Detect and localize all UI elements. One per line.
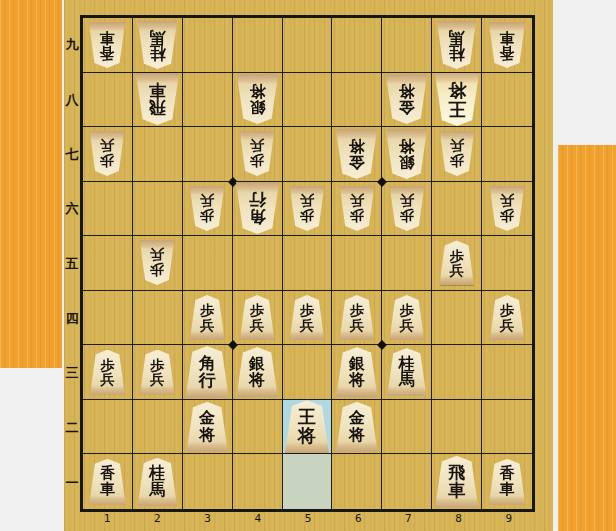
square-4四[interactable]: 歩兵 [233,291,283,346]
piece-kanji: 王 [448,99,466,117]
piece-kanji: 車 [100,482,115,497]
piece-歩兵-bottom-6四[interactable]: 歩兵 [339,295,375,340]
piece-kanji: 桂 [149,45,165,61]
piece-歩兵-bottom-1三[interactable]: 歩兵 [89,350,125,395]
piece-銀将-bottom-4三[interactable]: 銀将 [236,347,279,397]
square-6八[interactable] [332,73,382,128]
piece-kanji: 銀 [399,154,415,170]
piece-kanji: 将 [249,372,265,388]
square-6六[interactable]: 歩兵 [332,182,382,237]
piece-kanji: 兵 [250,140,264,154]
piece-kanji: 兵 [400,318,414,332]
piece-kanji: 兵 [200,318,214,332]
piece-kanji: 歩 [150,263,164,277]
piece-kanji: 兵 [250,318,264,332]
shogi-board: 香車桂馬桂馬香車飛車銀将金将王将歩兵歩兵金将銀将歩兵歩兵角行歩兵歩兵歩兵歩兵歩兵… [80,15,535,512]
piece-kanji: 兵 [500,194,514,208]
piece-角行-bottom-3三[interactable]: 角行 [185,346,230,398]
square-1二[interactable] [83,400,133,455]
square-5九[interactable] [283,18,333,73]
piece-kanji: 車 [100,29,115,44]
square-4七[interactable]: 歩兵 [233,127,283,182]
square-5五[interactable] [283,236,333,291]
square-1六[interactable] [83,182,133,237]
background-right-orange-panel [558,145,616,531]
board-grid: 香車桂馬桂馬香車飛車銀将金将王将歩兵歩兵金将銀将歩兵歩兵角行歩兵歩兵歩兵歩兵歩兵… [83,18,532,509]
square-8四[interactable] [432,291,482,346]
square-3一[interactable] [183,454,233,509]
piece-kanji: 歩 [100,358,114,372]
piece-歩兵-top-6六[interactable]: 歩兵 [339,186,375,231]
square-5三[interactable] [283,345,333,400]
square-7二[interactable] [382,400,432,455]
square-8七[interactable]: 歩兵 [432,127,482,182]
piece-kanji: 歩 [500,303,514,317]
square-1五[interactable] [83,236,133,291]
square-8五[interactable]: 歩兵 [432,236,482,291]
piece-kanji: 車 [500,29,515,44]
square-5七[interactable] [283,127,333,182]
rank-label-七: 七 [64,127,80,182]
square-6七[interactable]: 金将 [332,127,382,182]
square-9三[interactable] [482,345,532,400]
piece-王将-top-8八[interactable]: 王将 [434,73,480,126]
piece-kanji: 歩 [500,208,514,222]
piece-kanji: 金 [349,154,365,170]
piece-kanji: 歩 [300,303,314,317]
piece-歩兵-top-3六[interactable]: 歩兵 [189,186,225,231]
square-5六[interactable]: 歩兵 [283,182,333,237]
piece-歩兵-top-5六[interactable]: 歩兵 [289,186,325,231]
piece-飛車-bottom-8一[interactable]: 飛車 [434,456,479,508]
square-4五[interactable] [233,236,283,291]
piece-kanji: 歩 [100,154,114,168]
square-5一[interactable] [283,454,333,509]
piece-桂馬-top-2九[interactable]: 桂馬 [137,21,178,69]
square-7九[interactable] [382,18,432,73]
piece-kanji: 行 [199,372,216,389]
piece-kanji: 兵 [350,194,364,208]
piece-kanji: 車 [448,482,465,499]
square-2五[interactable]: 歩兵 [133,236,183,291]
square-6四[interactable]: 歩兵 [332,291,382,346]
square-7一[interactable] [382,454,432,509]
piece-歩兵-top-2五[interactable]: 歩兵 [139,240,175,285]
square-4六[interactable]: 角行 [233,182,283,237]
piece-桂馬-top-8九[interactable]: 桂馬 [436,21,477,69]
piece-kanji: 兵 [350,318,364,332]
piece-歩兵-bottom-9四[interactable]: 歩兵 [489,295,525,340]
square-1三[interactable]: 歩兵 [83,345,133,400]
square-8三[interactable] [432,345,482,400]
piece-kanji: 歩 [250,303,264,317]
piece-kanji: 歩 [150,358,164,372]
square-1四[interactable] [83,291,133,346]
square-4一[interactable] [233,454,283,509]
piece-kanji: 銀 [249,99,265,115]
square-9六[interactable]: 歩兵 [482,182,532,237]
piece-kanji: 馬 [149,28,165,44]
square-4八[interactable]: 銀将 [233,73,283,128]
square-2八[interactable]: 飛車 [133,73,183,128]
piece-kanji: 王 [298,408,316,426]
piece-歩兵-bottom-5四[interactable]: 歩兵 [289,295,325,340]
square-8九[interactable]: 桂馬 [432,18,482,73]
piece-kanji: 将 [349,138,365,154]
piece-歩兵-bottom-2三[interactable]: 歩兵 [139,350,175,395]
piece-kanji: 歩 [400,208,414,222]
piece-歩兵-top-4七[interactable]: 歩兵 [239,131,275,176]
piece-kanji: 歩 [350,208,364,222]
square-2六[interactable] [133,182,183,237]
piece-kanji: 兵 [300,194,314,208]
square-3六[interactable]: 歩兵 [183,182,233,237]
square-2二[interactable] [133,400,183,455]
piece-歩兵-bottom-4四[interactable]: 歩兵 [239,295,275,340]
piece-kanji: 歩 [200,208,214,222]
piece-歩兵-top-8七[interactable]: 歩兵 [439,131,475,176]
piece-香車-bottom-9一[interactable]: 香車 [488,459,526,505]
square-7七[interactable]: 銀将 [382,127,432,182]
rank-label-二: 二 [64,401,80,456]
piece-kanji: 兵 [400,194,414,208]
square-2一[interactable]: 桂馬 [133,454,183,509]
piece-歩兵-bottom-3四[interactable]: 歩兵 [189,295,225,340]
piece-kanji: 馬 [399,372,415,388]
square-3五[interactable] [183,236,233,291]
piece-kanji: 歩 [450,249,464,263]
piece-王将-bottom-5二[interactable]: 王将 [284,400,330,453]
piece-kanji: 馬 [149,482,165,498]
piece-歩兵-top-1七[interactable]: 歩兵 [89,131,125,176]
piece-kanji: 兵 [200,194,214,208]
square-5八[interactable] [283,73,333,128]
square-3三[interactable]: 角行 [183,345,233,400]
piece-kanji: 将 [399,83,415,99]
square-9七[interactable] [482,127,532,182]
piece-kanji: 香 [100,45,115,60]
square-6九[interactable] [332,18,382,73]
piece-桂馬-bottom-7三[interactable]: 桂馬 [386,348,427,396]
piece-kanji: 馬 [449,28,465,44]
square-8二[interactable] [432,400,482,455]
square-6一[interactable] [332,454,382,509]
piece-kanji: 兵 [150,372,164,386]
square-5四[interactable]: 歩兵 [283,291,333,346]
background-left-orange-panel [0,0,62,368]
piece-kanji: 行 [249,191,266,208]
piece-歩兵-top-9六[interactable]: 歩兵 [489,186,525,231]
piece-歩兵-top-7六[interactable]: 歩兵 [389,186,425,231]
piece-香車-bottom-1一[interactable]: 香車 [88,459,126,505]
square-9九[interactable]: 香車 [482,18,532,73]
square-9四[interactable]: 歩兵 [482,291,532,346]
piece-kanji: 将 [399,138,415,154]
square-4九[interactable] [233,18,283,73]
piece-kanji: 兵 [450,263,464,277]
piece-kanji: 兵 [300,318,314,332]
square-3八[interactable] [183,73,233,128]
piece-kanji: 金 [399,99,415,115]
piece-金将-top-7八[interactable]: 金将 [385,74,428,124]
piece-kanji: 車 [500,482,515,497]
square-7六[interactable]: 歩兵 [382,182,432,237]
square-7四[interactable]: 歩兵 [382,291,432,346]
piece-歩兵-bottom-7四[interactable]: 歩兵 [389,295,425,340]
piece-銀将-top-4八[interactable]: 銀将 [236,74,279,124]
square-2四[interactable] [133,291,183,346]
square-9二[interactable] [482,400,532,455]
piece-kanji: 歩 [450,154,464,168]
square-6三[interactable]: 銀将 [332,345,382,400]
square-3九[interactable] [183,18,233,73]
square-1一[interactable]: 香車 [83,454,133,509]
piece-金将-bottom-6二[interactable]: 金将 [335,402,378,452]
piece-kanji: 将 [249,83,265,99]
rank-labels: 九八七六五四三二一 [64,18,80,510]
square-9一[interactable]: 香車 [482,454,532,509]
piece-kanji: 兵 [100,372,114,386]
piece-kanji: 将 [448,81,466,99]
square-3七[interactable] [183,127,233,182]
piece-kanji: 将 [199,427,215,443]
piece-kanji: 香 [500,45,515,60]
piece-kanji: 兵 [100,140,114,154]
square-1八[interactable] [83,73,133,128]
rank-label-八: 八 [64,73,80,128]
piece-歩兵-bottom-8五[interactable]: 歩兵 [439,240,475,285]
piece-kanji: 桂 [449,45,465,61]
square-7八[interactable]: 金将 [382,73,432,128]
square-8八[interactable]: 王将 [432,73,482,128]
square-2九[interactable]: 桂馬 [133,18,183,73]
piece-kanji: 兵 [150,249,164,263]
square-6五[interactable] [332,236,382,291]
piece-桂馬-bottom-2一[interactable]: 桂馬 [137,458,178,506]
square-2七[interactable] [133,127,183,182]
square-9八[interactable] [482,73,532,128]
piece-kanji: 将 [298,427,316,445]
piece-kanji: 歩 [250,154,264,168]
piece-kanji: 歩 [400,303,414,317]
piece-飛車-top-2八[interactable]: 飛車 [135,73,180,125]
piece-kanji: 歩 [300,208,314,222]
rank-label-六: 六 [64,182,80,237]
rank-label-三: 三 [64,346,80,401]
piece-金将-bottom-3二[interactable]: 金将 [186,402,229,452]
rank-label-九: 九 [64,18,80,73]
square-7五[interactable] [382,236,432,291]
piece-kanji: 将 [349,372,365,388]
piece-銀将-top-7七[interactable]: 銀将 [385,129,428,179]
piece-kanji: 兵 [500,318,514,332]
piece-kanji: 兵 [450,140,464,154]
square-3二[interactable]: 金将 [183,400,233,455]
square-4三[interactable]: 銀将 [233,345,283,400]
square-1九[interactable]: 香車 [83,18,133,73]
piece-kanji: 歩 [200,303,214,317]
rank-label-一: 一 [64,455,80,510]
square-1七[interactable]: 歩兵 [83,127,133,182]
square-5二[interactable]: 王将 [283,400,333,455]
square-2三[interactable]: 歩兵 [133,345,183,400]
piece-kanji: 車 [149,82,166,99]
piece-kanji: 角 [249,208,266,225]
piece-香車-top-1九[interactable]: 香車 [88,22,126,68]
square-9五[interactable] [482,236,532,291]
piece-角行-top-4六[interactable]: 角行 [235,182,280,234]
piece-香車-top-9九[interactable]: 香車 [488,22,526,68]
square-8一[interactable]: 飛車 [432,454,482,509]
square-7三[interactable]: 桂馬 [382,345,432,400]
rank-label-四: 四 [64,291,80,346]
square-8六[interactable] [432,182,482,237]
square-4二[interactable] [233,400,283,455]
square-6二[interactable]: 金将 [332,400,382,455]
piece-金将-top-6七[interactable]: 金将 [335,129,378,179]
square-3四[interactable]: 歩兵 [183,291,233,346]
rank-label-五: 五 [64,237,80,292]
piece-銀将-bottom-6三[interactable]: 銀将 [335,347,378,397]
piece-kanji: 将 [349,427,365,443]
piece-kanji: 飛 [149,99,166,116]
piece-kanji: 歩 [350,303,364,317]
